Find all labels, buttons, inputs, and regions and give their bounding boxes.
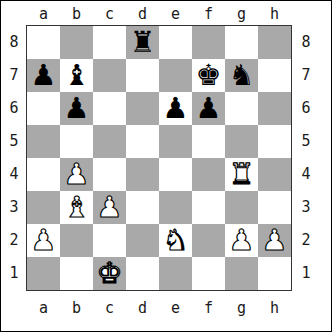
square-b6[interactable]: ♟ [60,92,93,125]
square-h4[interactable] [258,158,291,191]
file-label: a [27,4,60,24]
file-label: g [225,4,258,24]
square-c4[interactable] [93,158,126,191]
white-pawn[interactable]: ♟ [60,158,93,191]
square-g1[interactable] [225,257,258,290]
file-label: d [126,4,159,24]
square-c6[interactable] [93,92,126,125]
black-knight[interactable]: ♞ [225,59,258,92]
rank-label: 6 [296,92,316,125]
rank-labels-right: 8 7 6 5 4 3 2 1 [296,26,316,290]
rank-label: 7 [4,59,24,92]
square-b1[interactable] [60,257,93,290]
file-label: g [225,298,258,318]
square-e8[interactable] [159,26,192,59]
square-c5[interactable] [93,125,126,158]
square-f6[interactable]: ♟ [192,92,225,125]
white-king[interactable]: ♚ [93,257,126,290]
rank-label: 4 [4,158,24,191]
black-pawn[interactable]: ♟ [27,59,60,92]
file-label: e [159,4,192,24]
rank-label: 1 [296,257,316,290]
square-f1[interactable] [192,257,225,290]
file-label: e [159,298,192,318]
square-b7[interactable]: ♝ [60,59,93,92]
square-c2[interactable] [93,224,126,257]
file-labels-bottom: a b c d e f g h [27,298,291,318]
rank-label: 2 [296,224,316,257]
black-pawn[interactable]: ♟ [60,92,93,125]
square-d4[interactable] [126,158,159,191]
square-a2[interactable]: ♟ [27,224,60,257]
file-label: c [93,298,126,318]
black-pawn[interactable]: ♟ [159,92,192,125]
square-c8[interactable] [93,26,126,59]
rank-label: 7 [296,59,316,92]
square-h6[interactable] [258,92,291,125]
square-g6[interactable] [225,92,258,125]
rank-label: 6 [4,92,24,125]
rank-label: 2 [4,224,24,257]
square-e6[interactable]: ♟ [159,92,192,125]
square-b2[interactable] [60,224,93,257]
square-f2[interactable] [192,224,225,257]
square-b4[interactable]: ♟ [60,158,93,191]
rank-label: 8 [296,26,316,59]
white-pawn[interactable]: ♟ [93,191,126,224]
rank-label: 4 [296,158,316,191]
square-e3[interactable] [159,191,192,224]
black-bishop[interactable]: ♝ [60,59,93,92]
square-e1[interactable] [159,257,192,290]
square-d1[interactable] [126,257,159,290]
square-c1[interactable]: ♚ [93,257,126,290]
file-label: f [192,4,225,24]
square-e2[interactable]: ♞ [159,224,192,257]
rank-label: 8 [4,26,24,59]
file-label: b [60,298,93,318]
rank-label: 1 [4,257,24,290]
rank-label: 3 [4,191,24,224]
square-a5[interactable] [27,125,60,158]
square-d5[interactable] [126,125,159,158]
square-f7[interactable]: ♚ [192,59,225,92]
white-bishop[interactable]: ♝ [60,191,93,224]
file-label: c [93,4,126,24]
white-knight[interactable]: ♞ [159,224,192,257]
file-labels-top: a b c d e f g h [27,4,291,24]
square-h1[interactable] [258,257,291,290]
file-label: f [192,298,225,318]
square-a1[interactable] [27,257,60,290]
square-g4[interactable]: ♜ [225,158,258,191]
rank-label: 3 [296,191,316,224]
square-a3[interactable] [27,191,60,224]
square-g7[interactable]: ♞ [225,59,258,92]
square-b3[interactable]: ♝ [60,191,93,224]
square-f4[interactable] [192,158,225,191]
chess-board: ♜♟♝♚♞♟♟♟♟♜♝♟♟♞♟♟♚ [26,25,292,291]
rank-label: 5 [296,125,316,158]
file-label: a [27,298,60,318]
square-a7[interactable]: ♟ [27,59,60,92]
white-pawn[interactable]: ♟ [27,224,60,257]
square-d7[interactable] [126,59,159,92]
black-pawn[interactable]: ♟ [192,92,225,125]
square-d3[interactable] [126,191,159,224]
square-h8[interactable] [258,26,291,59]
white-rook[interactable]: ♜ [225,158,258,191]
file-label: h [258,4,291,24]
square-d6[interactable] [126,92,159,125]
square-a8[interactable] [27,26,60,59]
square-e4[interactable] [159,158,192,191]
square-h3[interactable] [258,191,291,224]
square-f5[interactable] [192,125,225,158]
file-label: d [126,298,159,318]
square-a6[interactable] [27,92,60,125]
chess-diagram: a b c d e f g h 8 7 6 5 4 3 2 1 ♜♟♝♚♞♟♟♟… [0,0,332,332]
square-a4[interactable] [27,158,60,191]
square-b5[interactable] [60,125,93,158]
square-d2[interactable] [126,224,159,257]
square-g5[interactable] [225,125,258,158]
file-label: b [60,4,93,24]
square-g8[interactable] [225,26,258,59]
white-pawn[interactable]: ♟ [258,224,291,257]
square-b8[interactable] [60,26,93,59]
square-c3[interactable]: ♟ [93,191,126,224]
square-f8[interactable] [192,26,225,59]
square-d8[interactable]: ♜ [126,26,159,59]
square-f3[interactable] [192,191,225,224]
square-g2[interactable]: ♟ [225,224,258,257]
square-g3[interactable] [225,191,258,224]
white-pawn[interactable]: ♟ [225,224,258,257]
black-rook[interactable]: ♜ [126,26,159,59]
square-h5[interactable] [258,125,291,158]
rank-labels-left: 8 7 6 5 4 3 2 1 [4,26,24,290]
square-c7[interactable] [93,59,126,92]
square-h2[interactable]: ♟ [258,224,291,257]
rank-label: 5 [4,125,24,158]
black-king[interactable]: ♚ [192,59,225,92]
square-e7[interactable] [159,59,192,92]
file-label: h [258,298,291,318]
square-h7[interactable] [258,59,291,92]
square-e5[interactable] [159,125,192,158]
